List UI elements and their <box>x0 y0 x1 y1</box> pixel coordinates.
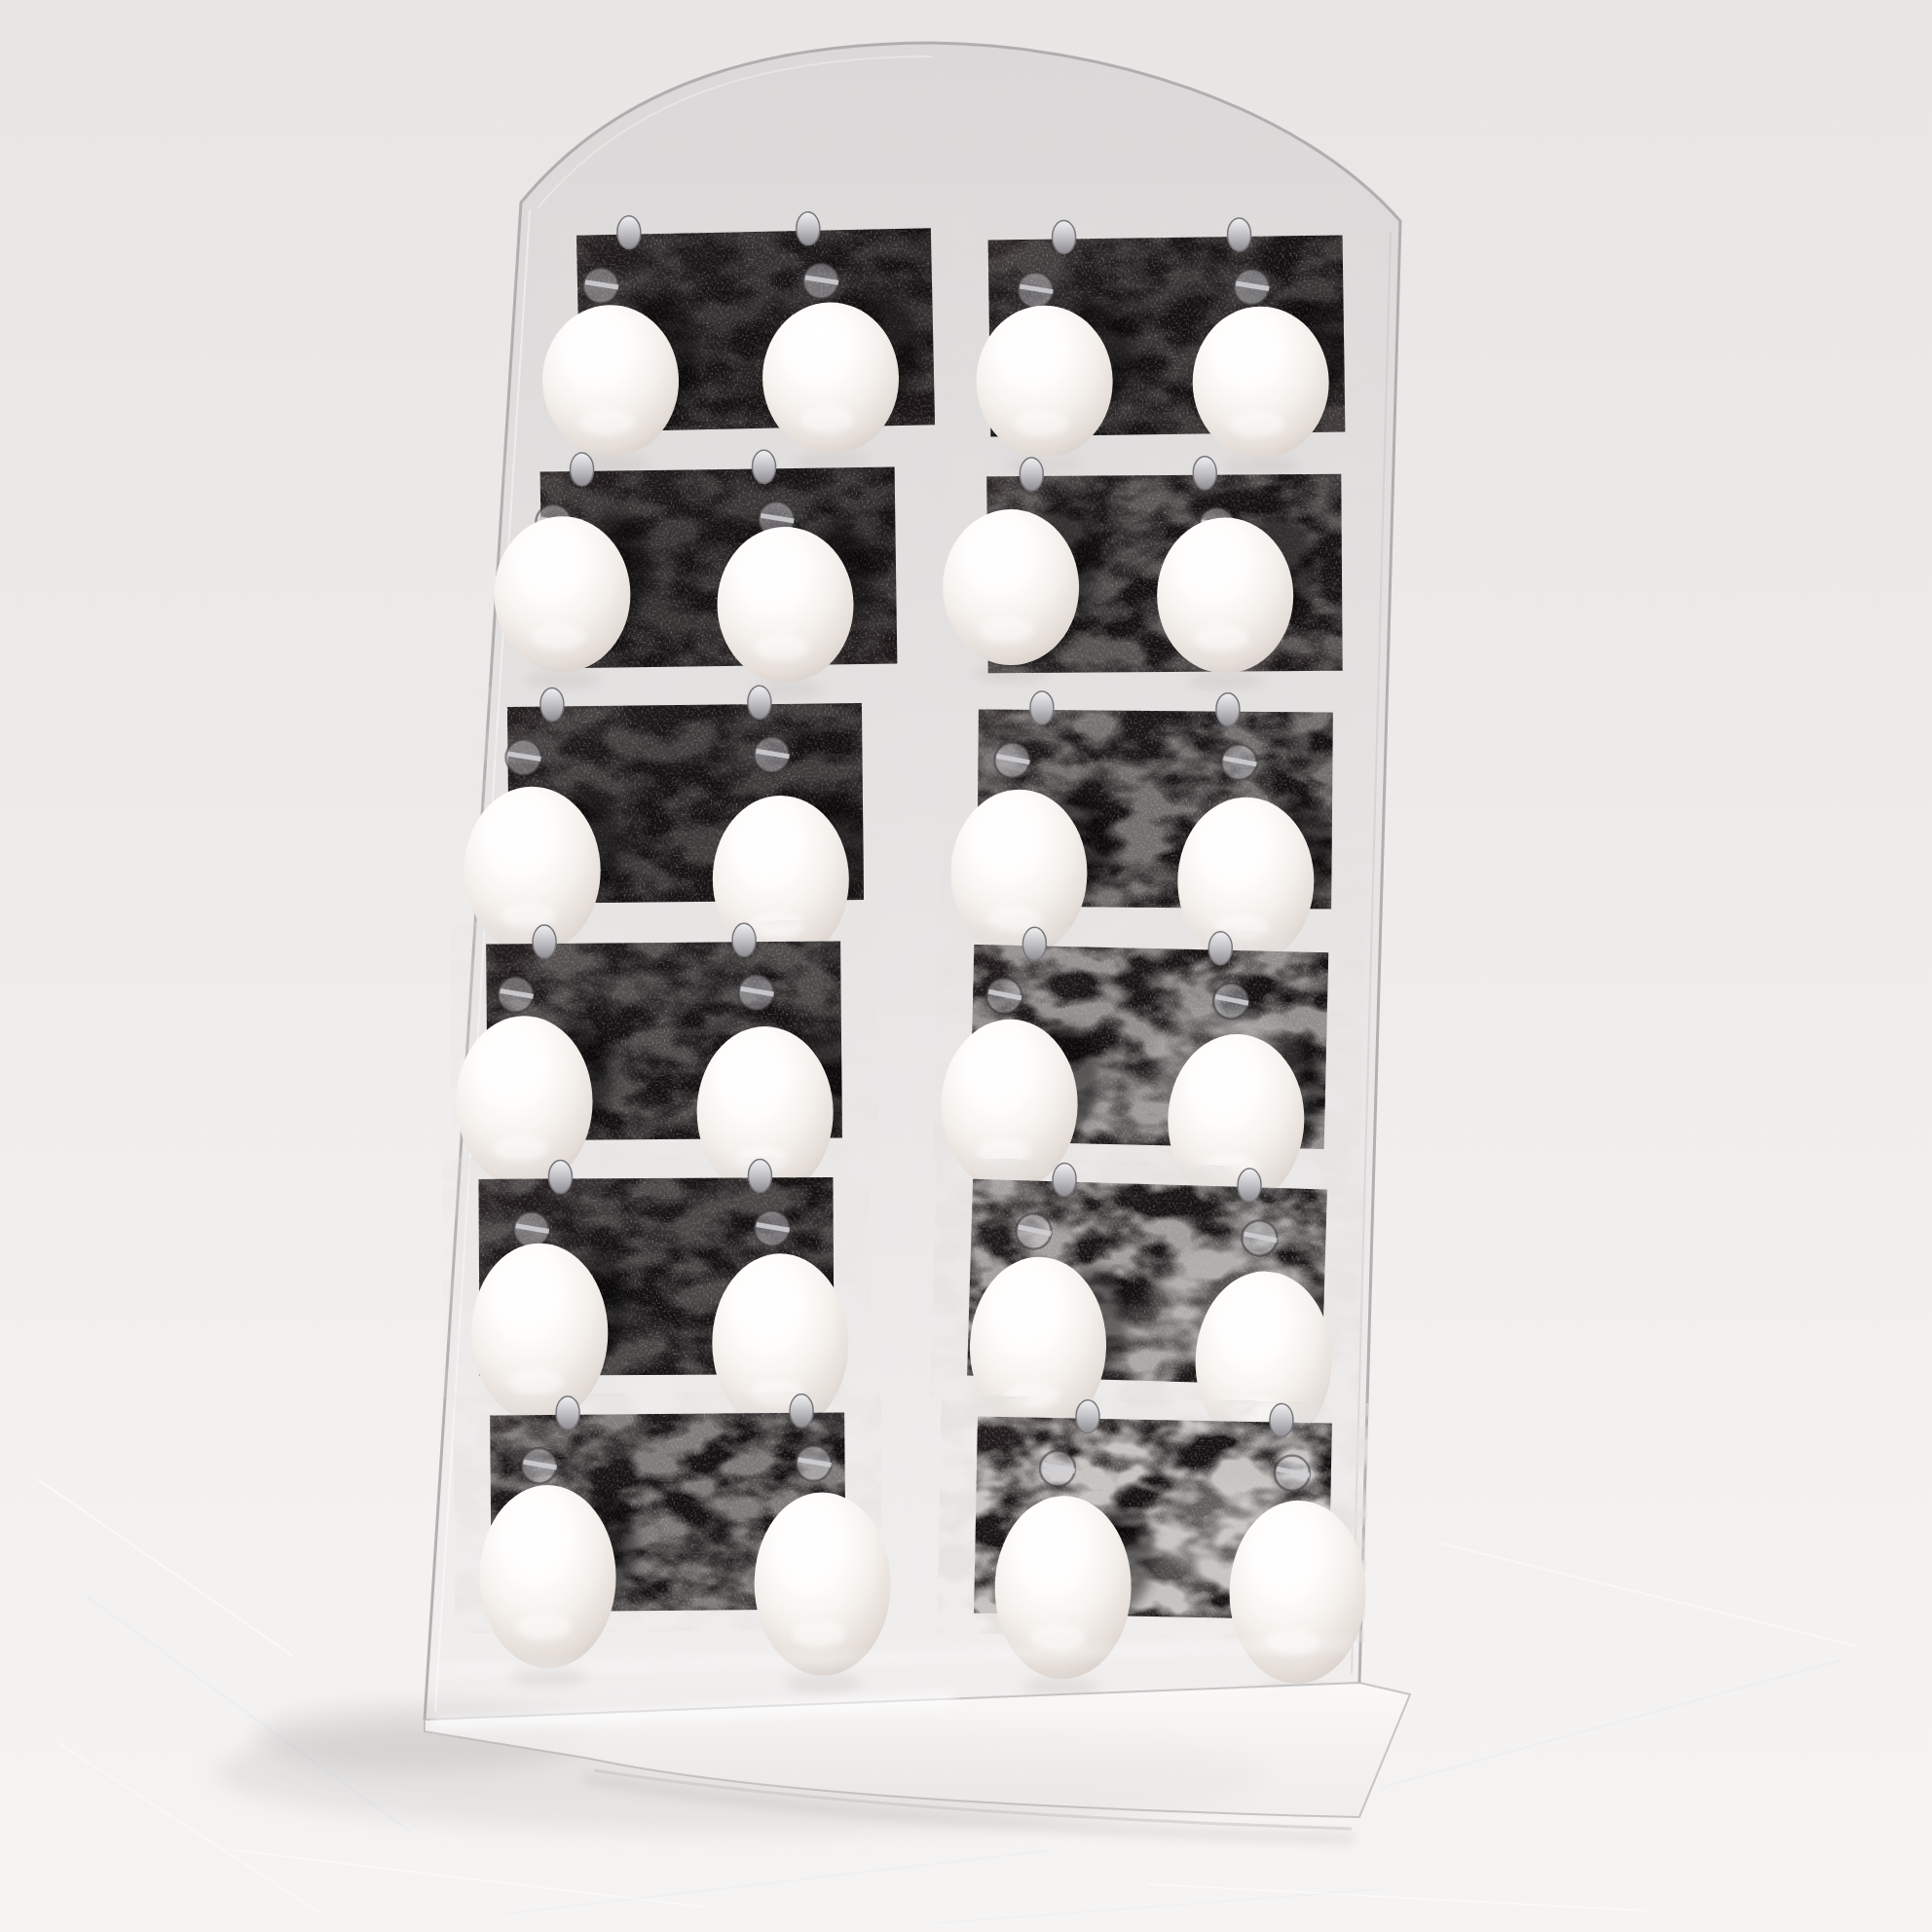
earring-post-clutch <box>617 215 642 248</box>
earring-post-clutch <box>796 212 820 245</box>
pearl-highlight <box>737 1287 792 1326</box>
earring-post-clutch <box>748 686 771 719</box>
earring-post-clutch <box>1270 1403 1294 1436</box>
earring-card-pair <box>942 456 1343 693</box>
pearl-highlight <box>497 1278 551 1317</box>
scene-svg <box>0 0 1932 1932</box>
earring-post-clutch <box>752 450 775 483</box>
pearl-highlight <box>968 537 1022 576</box>
earring-post-clutch <box>1193 457 1216 490</box>
earring-post-clutch <box>533 925 556 958</box>
earring-post-clutch <box>570 453 593 486</box>
earring-post-clutch <box>540 687 564 721</box>
pearl-stud <box>471 1243 609 1423</box>
pearl-stud <box>712 1253 849 1433</box>
earring-post-clutch <box>1052 220 1075 253</box>
earring-post-clutch <box>1208 931 1233 965</box>
earring-post-clutch <box>732 923 756 956</box>
earring-post-clutch <box>1022 927 1047 961</box>
product-photo <box>0 0 1932 1932</box>
earring-post-clutch <box>548 1160 572 1193</box>
earring-post-clutch <box>1020 458 1043 491</box>
earring-post-clutch <box>1076 1399 1100 1432</box>
earring-post-clutch <box>1053 1163 1077 1197</box>
earring-post-clutch <box>1238 1169 1262 1203</box>
earring-post-clutch <box>1216 693 1240 726</box>
earring-post-clutch <box>790 1394 813 1428</box>
earring-post-clutch <box>1227 218 1250 251</box>
earring-post-clutch <box>556 1396 579 1430</box>
pearl-highlight <box>1182 544 1237 583</box>
earring-post-clutch <box>1030 691 1054 724</box>
earring-post-clutch <box>748 1159 771 1192</box>
